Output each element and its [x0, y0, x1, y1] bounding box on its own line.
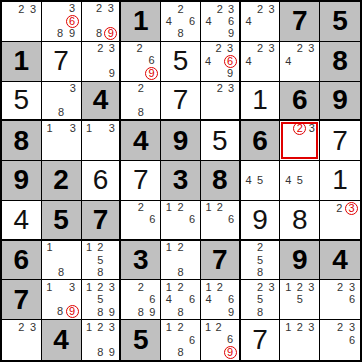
- pencil-marks: 38: [42, 82, 81, 120]
- pencil-marks: 234: [241, 2, 280, 41]
- cell-r7c6[interactable]: 7: [201, 241, 241, 281]
- solved-digit: 5: [212, 127, 228, 155]
- cell-r2c5[interactable]: 5: [161, 42, 201, 82]
- cell-r7c9[interactable]: 4: [320, 241, 360, 281]
- cell-r6c8[interactable]: 8: [280, 201, 320, 241]
- candidate-3: 3: [346, 321, 358, 334]
- candidate-4: 4: [163, 15, 175, 27]
- pencil-marks: 1389: [42, 280, 81, 319]
- candidate-9: 9: [147, 306, 159, 318]
- cell-r9c6[interactable]: 1269: [201, 320, 241, 360]
- pencil-marks: 123589: [82, 280, 120, 319]
- solved-digit: 7: [252, 326, 268, 354]
- candidate-4: 4: [203, 15, 214, 27]
- cell-r5c1[interactable]: 9: [2, 161, 42, 201]
- candidate-5: 5: [254, 294, 266, 306]
- solved-digit: 7: [53, 47, 69, 75]
- candidate-2: 2: [254, 281, 266, 293]
- candidate-3: 3: [266, 281, 278, 293]
- given-digit: 5: [332, 7, 348, 35]
- cell-r3c4[interactable]: 28: [121, 82, 161, 122]
- pencil-marks: 13: [82, 121, 120, 160]
- candidate-2: 2: [175, 242, 187, 254]
- cell-r3c6[interactable]: 23: [201, 82, 241, 122]
- cell-r4c1[interactable]: 8: [2, 121, 42, 161]
- sudoku-board: 2336892389124682346923475172392695234692…: [0, 0, 362, 362]
- cell-r9c4[interactable]: 5: [121, 320, 161, 360]
- cell-r8c9[interactable]: 236: [320, 280, 360, 320]
- candidate-3: 3: [106, 281, 117, 293]
- cell-r1c3[interactable]: 2389: [82, 2, 122, 42]
- cell-r7c4[interactable]: 3: [121, 241, 161, 281]
- cell-r3c3[interactable]: 4: [82, 82, 122, 122]
- candidate-8: 8: [175, 346, 187, 359]
- candidate-1: 1: [163, 281, 175, 293]
- candidate-1: 1: [203, 321, 213, 333]
- given-digit: 7: [212, 246, 228, 274]
- candidate-1: 1: [163, 242, 175, 254]
- pencil-marks: 128: [161, 241, 200, 280]
- cell-r8c4[interactable]: 2689: [121, 280, 161, 320]
- cell-r8c1[interactable]: 7: [2, 280, 42, 320]
- solved-digit: 9: [252, 206, 268, 234]
- given-digit: 7: [93, 206, 109, 234]
- candidate-2: 2: [95, 242, 106, 254]
- pencil-marks: 23469: [201, 42, 239, 81]
- pencil-marks: 236: [320, 280, 360, 319]
- candidate-9: 9: [225, 28, 236, 40]
- solved-digit: 5: [173, 47, 189, 75]
- given-digit: 2: [53, 166, 69, 194]
- pencil-marks: 258: [241, 241, 280, 280]
- candidate-1: 1: [282, 281, 294, 293]
- given-digit: 9: [14, 166, 30, 194]
- candidate-6: 6: [225, 214, 236, 226]
- cell-r2c8[interactable]: 234: [280, 42, 320, 82]
- solved-digit: 7: [133, 166, 149, 194]
- candidate-2: 2: [334, 281, 346, 293]
- candidate-8: 8: [175, 306, 187, 318]
- given-digit: 3: [133, 246, 149, 274]
- pencil-marks: 23: [201, 82, 239, 120]
- given-digit: 5: [133, 326, 149, 354]
- pencil-marks: 12469: [201, 280, 239, 319]
- candidate-9-circled: 9: [145, 67, 158, 80]
- cell-r8c3[interactable]: 123589: [82, 280, 122, 320]
- given-digit: 4: [53, 326, 69, 354]
- candidate-1: 1: [163, 321, 175, 334]
- candidate-5: 5: [254, 254, 266, 266]
- pencil-marks: 23: [280, 121, 319, 160]
- candidate-8: 8: [175, 266, 187, 278]
- given-digit: 3: [173, 166, 189, 194]
- cell-r6c7[interactable]: 9: [241, 201, 281, 241]
- candidate-2: 2: [175, 202, 187, 214]
- candidate-9: 9: [66, 28, 79, 40]
- candidate-6: 6: [346, 294, 358, 306]
- solved-digit: 5: [14, 86, 30, 114]
- given-digit: 8: [332, 47, 348, 75]
- candidate-1: 1: [84, 242, 95, 254]
- candidate-3: 3: [224, 43, 237, 55]
- cell-r6c1[interactable]: 4: [2, 201, 42, 241]
- cell-r2c4[interactable]: 269: [121, 42, 161, 82]
- candidate-9-circled: 9: [224, 346, 237, 359]
- pencil-marks: 234: [241, 42, 280, 81]
- cell-r6c4[interactable]: 26: [121, 201, 161, 241]
- candidate-2: 2: [214, 83, 225, 95]
- candidate-4: 4: [203, 294, 214, 306]
- candidate-5: 5: [95, 254, 106, 266]
- cell-r1c2[interactable]: 3689: [42, 2, 82, 42]
- candidate-2: 2: [214, 281, 225, 293]
- cell-r1c7[interactable]: 234: [241, 2, 281, 42]
- candidate-6-circled: 6: [66, 15, 79, 28]
- candidate-2: 2: [95, 43, 106, 55]
- cell-r2c3[interactable]: 239: [82, 42, 122, 82]
- cell-r7c5[interactable]: 128: [161, 241, 201, 281]
- pencil-marks: 2689: [121, 280, 160, 319]
- cell-r2c1[interactable]: 1: [2, 42, 42, 82]
- candidate-2: 2: [254, 43, 266, 55]
- pencil-marks: 2389: [82, 2, 120, 41]
- given-digit: 1: [133, 7, 149, 35]
- cell-r5c3[interactable]: 6: [82, 161, 122, 201]
- given-digit: 5: [53, 206, 69, 234]
- cell-r6c6[interactable]: 126: [201, 201, 241, 241]
- given-digit: 8: [212, 166, 228, 194]
- given-digit: 9: [292, 246, 308, 274]
- candidate-1: 1: [44, 281, 55, 293]
- cell-r4c7[interactable]: 6: [241, 121, 281, 161]
- cell-r4c6[interactable]: 5: [201, 121, 241, 161]
- candidate-9: 9: [106, 346, 117, 359]
- given-digit: 4: [332, 246, 348, 274]
- candidate-2: 2: [95, 321, 106, 334]
- candidate-4: 4: [282, 55, 294, 67]
- candidate-1: 1: [44, 122, 56, 134]
- cell-r3c7[interactable]: 1: [241, 82, 281, 122]
- cell-r1c9[interactable]: 5: [320, 2, 360, 42]
- cell-r9c8[interactable]: 123: [280, 320, 320, 360]
- candidate-2: 2: [16, 321, 28, 334]
- candidate-6: 6: [186, 294, 198, 306]
- solved-digit: 1: [252, 86, 268, 114]
- pencil-marks: 2358: [241, 280, 280, 319]
- pencil-marks: 3689: [42, 2, 81, 41]
- candidate-6: 6: [186, 214, 198, 226]
- cell-r5c6[interactable]: 8: [201, 161, 241, 201]
- candidate-4: 4: [282, 174, 294, 186]
- cell-r8c5[interactable]: 12468: [161, 280, 201, 320]
- solved-digit: 7: [173, 86, 189, 114]
- pencil-marks: 45: [241, 161, 280, 200]
- cell-r9c2[interactable]: 4: [42, 320, 82, 360]
- given-digit: 4: [133, 127, 149, 155]
- cell-r8c2[interactable]: 1389: [42, 280, 82, 320]
- candidate-6: 6: [225, 15, 236, 27]
- candidate-4: 4: [243, 174, 255, 186]
- candidate-3: 3: [66, 3, 79, 15]
- candidate-5: 5: [95, 294, 106, 306]
- candidate-3: 3: [306, 321, 318, 334]
- candidate-1: 1: [163, 202, 175, 214]
- candidate-2: 2: [254, 3, 266, 15]
- cell-r4c3[interactable]: 13: [82, 121, 122, 161]
- solved-digit: 1: [332, 166, 348, 194]
- cell-r8c8[interactable]: 1235: [280, 280, 320, 320]
- cell-r2c2[interactable]: 7: [42, 42, 82, 82]
- candidate-8: 8: [135, 306, 147, 318]
- cell-r6c5[interactable]: 126: [161, 201, 201, 241]
- candidate-2-circled: 2: [293, 122, 306, 135]
- candidate-8: 8: [55, 305, 66, 318]
- cell-r8c7[interactable]: 2358: [241, 280, 281, 320]
- candidate-9: 9: [106, 67, 117, 79]
- candidate-3: 3: [67, 122, 79, 134]
- cell-r5c8[interactable]: 45: [280, 161, 320, 201]
- candidate-3: 3: [266, 43, 278, 55]
- candidate-6-circled: 6: [224, 55, 237, 68]
- solved-digit: 6: [93, 166, 109, 194]
- candidate-2: 2: [213, 43, 223, 55]
- candidate-6: 6: [186, 15, 198, 27]
- pencil-marks: 236: [320, 320, 360, 360]
- candidate-6: 6: [186, 334, 198, 347]
- candidate-3: 3: [346, 281, 358, 293]
- candidate-3: 3: [306, 122, 317, 135]
- cell-r4c4[interactable]: 4: [121, 121, 161, 161]
- pencil-marks: 234: [280, 42, 319, 81]
- candidate-3: 3: [106, 43, 117, 55]
- candidate-3: 3: [225, 3, 236, 15]
- candidate-3: 3: [306, 281, 318, 293]
- cell-r5c9[interactable]: 1: [320, 161, 360, 201]
- cell-r1c6[interactable]: 23469: [201, 2, 241, 42]
- candidate-2: 2: [294, 43, 306, 55]
- cell-r5c4[interactable]: 7: [121, 161, 161, 201]
- candidate-3-circled: 3: [345, 202, 358, 215]
- candidate-8: 8: [135, 106, 147, 118]
- candidate-2: 2: [16, 3, 28, 15]
- candidate-9: 9: [106, 306, 117, 318]
- cell-r3c5[interactable]: 7: [161, 82, 201, 122]
- candidate-3: 3: [67, 83, 79, 95]
- candidate-8: 8: [95, 306, 106, 318]
- pencil-marks: 1269: [201, 320, 239, 360]
- pencil-marks: 126: [201, 201, 239, 239]
- candidate-4: 4: [243, 55, 255, 67]
- candidate-1: 1: [84, 281, 95, 293]
- solved-digit: 8: [292, 206, 308, 234]
- pencil-marks: 18: [42, 241, 81, 280]
- pencil-marks: 23: [2, 2, 41, 41]
- pencil-marks: 26: [121, 201, 160, 239]
- candidate-5: 5: [294, 174, 306, 186]
- pencil-marks: 12468: [161, 280, 200, 319]
- given-digit: 1: [14, 47, 30, 75]
- given-digit: 7: [292, 7, 308, 35]
- pencil-marks: 45: [280, 161, 319, 200]
- candidate-2: 2: [135, 202, 147, 214]
- given-digit: 6: [252, 127, 268, 155]
- given-digit: 7: [14, 286, 30, 314]
- cell-r7c8[interactable]: 9: [280, 241, 320, 281]
- pencil-marks: 1268: [161, 320, 200, 360]
- cell-r7c1[interactable]: 6: [2, 241, 42, 281]
- pencil-marks: 239: [82, 42, 120, 81]
- given-digit: 9: [332, 86, 348, 114]
- cell-r9c3[interactable]: 12389: [82, 320, 122, 360]
- pencil-marks: 1235: [280, 280, 319, 319]
- candidate-9-circled: 9: [66, 305, 79, 318]
- pencil-marks: 126: [161, 201, 200, 239]
- candidate-5: 5: [294, 294, 306, 306]
- cell-r1c1[interactable]: 23: [2, 2, 42, 42]
- cell-r4c5[interactable]: 9: [161, 121, 201, 161]
- pencil-marks: 123: [280, 320, 319, 360]
- given-digit: 6: [14, 246, 30, 274]
- candidate-1: 1: [203, 202, 214, 214]
- cell-r2c9[interactable]: 8: [320, 42, 360, 82]
- candidate-8: 8: [95, 346, 106, 359]
- candidate-6: 6: [225, 294, 236, 306]
- candidate-1: 1: [84, 122, 95, 134]
- candidate-3: 3: [106, 122, 117, 134]
- candidate-1: 1: [84, 321, 95, 334]
- candidate-3: 3: [225, 83, 236, 95]
- cell-r4c8[interactable]: 23: [280, 121, 320, 161]
- candidate-3: 3: [104, 3, 117, 15]
- pencil-marks: 23469: [201, 2, 239, 41]
- candidate-4: 4: [203, 55, 213, 68]
- candidate-2: 2: [294, 321, 306, 334]
- cell-r3c9[interactable]: 9: [320, 82, 360, 122]
- candidate-2: 2: [334, 321, 346, 334]
- cell-r4c2[interactable]: 13: [42, 121, 82, 161]
- cell-r6c9[interactable]: 23: [320, 201, 360, 241]
- candidate-3: 3: [106, 321, 117, 334]
- candidate-6: 6: [145, 55, 158, 67]
- pencil-marks: 23: [320, 201, 360, 239]
- candidate-3: 3: [306, 43, 318, 55]
- cell-r7c2[interactable]: 18: [42, 241, 82, 281]
- candidate-9: 9: [225, 306, 236, 318]
- cell-r9c5[interactable]: 1268: [161, 320, 201, 360]
- candidate-1: 1: [203, 281, 214, 293]
- given-digit: 6: [292, 86, 308, 114]
- candidate-2: 2: [135, 83, 147, 95]
- candidate-8: 8: [254, 266, 266, 278]
- pencil-marks: 2468: [161, 2, 200, 41]
- cell-r1c8[interactable]: 7: [280, 2, 320, 42]
- candidate-8: 8: [254, 306, 266, 318]
- candidate-6: 6: [346, 334, 358, 347]
- candidate-1: 1: [44, 242, 56, 254]
- cell-r2c7[interactable]: 234: [241, 42, 281, 82]
- candidate-2: 2: [134, 43, 145, 55]
- candidate-4: 4: [243, 15, 255, 27]
- candidate-8: 8: [55, 106, 67, 118]
- candidate-2: 2: [214, 202, 225, 214]
- candidate-2: 2: [334, 202, 345, 215]
- candidate-1: 1: [282, 321, 294, 334]
- cell-r7c3[interactable]: 1258: [82, 241, 122, 281]
- cell-r4c9[interactable]: 7: [320, 121, 360, 161]
- candidate-9: 9: [224, 68, 237, 80]
- candidate-6: 6: [147, 294, 159, 306]
- candidate-2: 2: [213, 321, 223, 333]
- given-digit: 8: [14, 127, 30, 155]
- cell-r2c6[interactable]: 23469: [201, 42, 241, 82]
- cell-r3c1[interactable]: 5: [2, 82, 42, 122]
- candidate-8: 8: [55, 266, 67, 278]
- candidate-3: 3: [27, 3, 39, 15]
- pencil-marks: 28: [121, 82, 160, 120]
- candidate-2: 2: [135, 281, 147, 293]
- cell-r6c2[interactable]: 5: [42, 201, 82, 241]
- cell-r8c6[interactable]: 12469: [201, 280, 241, 320]
- cell-r1c4[interactable]: 1: [121, 2, 161, 42]
- cell-r1c5[interactable]: 2468: [161, 2, 201, 42]
- cell-r6c3[interactable]: 7: [82, 201, 122, 241]
- pencil-marks: 12389: [82, 320, 120, 360]
- pencil-marks: 13: [42, 121, 81, 160]
- candidate-3: 3: [66, 281, 79, 293]
- candidate-2: 2: [94, 3, 104, 15]
- solved-digit: 4: [14, 206, 30, 234]
- given-digit: 4: [93, 86, 109, 114]
- candidate-2: 2: [254, 242, 266, 254]
- candidate-8: 8: [55, 28, 66, 40]
- cell-r9c9[interactable]: 236: [320, 320, 360, 360]
- cell-r3c2[interactable]: 38: [42, 82, 82, 122]
- candidate-6: 6: [147, 214, 159, 226]
- cell-r3c8[interactable]: 6: [280, 82, 320, 122]
- candidate-9-circled: 9: [104, 27, 117, 40]
- candidate-2: 2: [95, 281, 106, 293]
- candidate-4: 4: [163, 294, 175, 306]
- candidate-2: 2: [175, 281, 187, 293]
- candidate-2: 2: [175, 3, 187, 15]
- cell-r5c2[interactable]: 2: [42, 161, 82, 201]
- pencil-marks: 269: [121, 42, 160, 81]
- candidate-2: 2: [294, 281, 306, 293]
- cell-r9c7[interactable]: 7: [241, 320, 281, 360]
- candidate-8: 8: [94, 27, 104, 40]
- given-digit: 9: [173, 127, 189, 155]
- cell-r5c7[interactable]: 45: [241, 161, 281, 201]
- solved-digit: 7: [332, 127, 348, 155]
- candidate-6: 6: [224, 334, 237, 346]
- cell-r5c5[interactable]: 3: [161, 161, 201, 201]
- candidate-2: 2: [175, 321, 187, 334]
- pencil-marks: 23: [2, 320, 41, 360]
- candidate-8: 8: [175, 28, 187, 40]
- candidate-5: 5: [254, 174, 266, 186]
- candidate-3: 3: [266, 3, 278, 15]
- candidate-2: 2: [214, 3, 225, 15]
- candidate-3: 3: [27, 321, 39, 334]
- pencil-marks: 1258: [82, 241, 120, 280]
- cell-r9c1[interactable]: 23: [2, 320, 42, 360]
- cell-r7c7[interactable]: 258: [241, 241, 281, 281]
- candidate-8: 8: [95, 266, 106, 278]
